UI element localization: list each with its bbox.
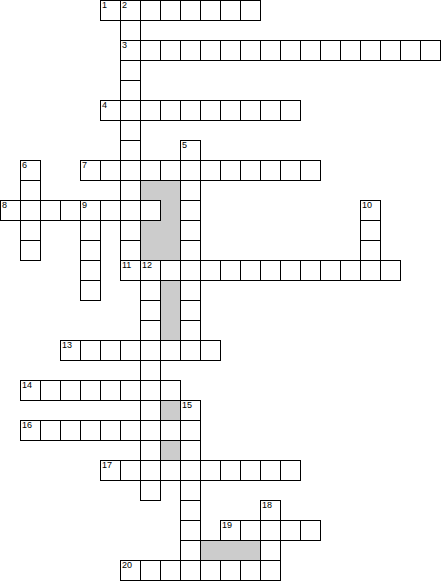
cell-r2c7[interactable]: [140, 40, 161, 61]
shaded-cell-r11c8: [160, 220, 181, 241]
cell-r13c8[interactable]: [160, 260, 181, 281]
shaded-cell-r16c8: [160, 320, 181, 341]
cell-r2c20[interactable]: [400, 40, 421, 61]
shaded-cell-r27c12: [240, 540, 261, 561]
cell-r26c13[interactable]: [260, 520, 281, 541]
shaded-cell-r12c7: [140, 240, 161, 261]
clue-number-7: 7: [82, 161, 87, 170]
cell-r5c9[interactable]: [180, 100, 201, 121]
cell-r13c4[interactable]: [80, 260, 101, 281]
cell-r14c4[interactable]: [80, 280, 101, 301]
cell-r13c19[interactable]: [380, 260, 401, 281]
clue-number-5: 5: [182, 141, 187, 150]
cell-r26c12[interactable]: [240, 520, 261, 541]
cell-r23c8[interactable]: [160, 460, 181, 481]
clue-number-14: 14: [22, 381, 32, 390]
cell-r9c6[interactable]: [120, 180, 141, 201]
cell-r10c4[interactable]: 9: [80, 200, 101, 221]
clue-number-6: 6: [22, 161, 27, 170]
cell-r21c7[interactable]: [140, 420, 161, 441]
cell-r13c11[interactable]: [220, 260, 241, 281]
cell-r0c7[interactable]: [140, 0, 161, 21]
shaded-cell-r11c7: [140, 220, 161, 241]
cell-r18c7[interactable]: [140, 360, 161, 381]
cell-r12c4[interactable]: [80, 240, 101, 261]
shaded-cell-r27c10: [200, 540, 221, 561]
cell-r8c13[interactable]: [260, 160, 281, 181]
shaded-cell-r12c8: [160, 240, 181, 261]
cell-r21c9[interactable]: [180, 420, 201, 441]
cell-r0c10[interactable]: [200, 0, 221, 21]
cell-r5c8[interactable]: [160, 100, 181, 121]
cell-r2c14[interactable]: [280, 40, 301, 61]
cell-r11c18[interactable]: [360, 220, 381, 241]
shaded-cell-r9c8: [160, 180, 181, 201]
shaded-cell-r14c8: [160, 280, 181, 301]
cell-r28c9[interactable]: [180, 560, 201, 581]
cell-r24c7[interactable]: [140, 480, 161, 501]
cell-r20c7[interactable]: [140, 400, 161, 421]
cell-r23c14[interactable]: [280, 460, 301, 481]
cell-r23c5[interactable]: 17: [100, 460, 121, 481]
cell-r5c14[interactable]: [280, 100, 301, 121]
cell-r8c8[interactable]: [160, 160, 181, 181]
cell-r2c9[interactable]: [180, 40, 201, 61]
cell-r19c6[interactable]: [120, 380, 141, 401]
cell-r8c6[interactable]: [120, 160, 141, 181]
cell-r0c8[interactable]: [160, 0, 181, 21]
clue-number-18: 18: [262, 501, 272, 510]
clue-number-15: 15: [182, 401, 192, 410]
cell-r10c2[interactable]: [40, 200, 61, 221]
cell-r10c18[interactable]: 10: [360, 200, 381, 221]
cell-r8c7[interactable]: [140, 160, 161, 181]
cell-r8c15[interactable]: [300, 160, 321, 181]
cell-r26c15[interactable]: [300, 520, 321, 541]
cell-r23c13[interactable]: [260, 460, 281, 481]
cell-r23c10[interactable]: [200, 460, 221, 481]
cell-r13c16[interactable]: [320, 260, 341, 281]
cell-r26c9[interactable]: [180, 520, 201, 541]
cell-r10c5[interactable]: [100, 200, 121, 221]
clue-number-11: 11: [122, 261, 131, 270]
clue-number-13: 13: [62, 341, 72, 350]
cell-r8c11[interactable]: [220, 160, 241, 181]
cell-r2c10[interactable]: [200, 40, 221, 61]
cell-r12c6[interactable]: [120, 240, 141, 261]
cell-r5c12[interactable]: [240, 100, 261, 121]
cell-r28c6[interactable]: 20: [120, 560, 141, 581]
cell-r10c7[interactable]: [140, 200, 161, 221]
cell-r19c4[interactable]: [80, 380, 101, 401]
cell-r25c9[interactable]: [180, 500, 201, 521]
cell-r13c18[interactable]: [360, 260, 381, 281]
cell-r25c13[interactable]: 18: [260, 500, 281, 521]
cell-r2c17[interactable]: [340, 40, 361, 61]
cell-r13c14[interactable]: [280, 260, 301, 281]
cell-r9c9[interactable]: [180, 180, 201, 201]
cell-r2c8[interactable]: [160, 40, 181, 61]
cell-r28c11[interactable]: [220, 560, 241, 581]
cell-r19c5[interactable]: [100, 380, 121, 401]
cell-r23c9[interactable]: [180, 460, 201, 481]
cell-r23c12[interactable]: [240, 460, 261, 481]
cell-r8c1[interactable]: 6: [20, 160, 41, 181]
cell-r13c15[interactable]: [300, 260, 321, 281]
clue-number-1: 1: [102, 1, 107, 10]
cell-r16c9[interactable]: [180, 320, 201, 341]
cell-r17c9[interactable]: [180, 340, 201, 361]
clue-number-2: 2: [122, 1, 127, 10]
cell-r21c1[interactable]: 16: [20, 420, 41, 441]
cell-r8c9[interactable]: [180, 160, 201, 181]
clue-number-3: 3: [122, 41, 127, 50]
cell-r15c7[interactable]: [140, 300, 161, 321]
cell-r23c7[interactable]: [140, 460, 161, 481]
cell-r10c3[interactable]: [60, 200, 81, 221]
cell-r2c21[interactable]: [420, 40, 441, 61]
crossword-grid: 1234567891011121314151617181920: [0, 0, 441, 581]
cell-r13c17[interactable]: [340, 260, 361, 281]
cell-r19c3[interactable]: [60, 380, 81, 401]
cell-r5c13[interactable]: [260, 100, 281, 121]
cell-r20c9[interactable]: 15: [180, 400, 201, 421]
cell-r8c4[interactable]: 7: [80, 160, 101, 181]
cell-r3c6[interactable]: [120, 60, 141, 81]
clue-number-4: 4: [102, 101, 107, 110]
cell-r11c1[interactable]: [20, 220, 41, 241]
cell-r5c10[interactable]: [200, 100, 221, 121]
cell-r8c12[interactable]: [240, 160, 261, 181]
cell-r14c7[interactable]: [140, 280, 161, 301]
cell-r19c1[interactable]: 14: [20, 380, 41, 401]
cell-r15c9[interactable]: [180, 300, 201, 321]
shaded-cell-r15c8: [160, 300, 181, 321]
cell-r17c6[interactable]: [120, 340, 141, 361]
shaded-cell-r10c8: [160, 200, 181, 221]
cell-r17c4[interactable]: [80, 340, 101, 361]
cell-r21c4[interactable]: [80, 420, 101, 441]
cell-r13c13[interactable]: [260, 260, 281, 281]
cell-r0c12[interactable]: [240, 0, 261, 21]
clue-number-16: 16: [22, 421, 32, 430]
cell-r1c6[interactable]: [120, 20, 141, 41]
shaded-cell-r9c7: [140, 180, 161, 201]
cell-r5c6[interactable]: [120, 100, 141, 121]
cell-r17c10[interactable]: [200, 340, 221, 361]
cell-r13c9[interactable]: [180, 260, 201, 281]
cell-r23c11[interactable]: [220, 460, 241, 481]
cell-r2c13[interactable]: [260, 40, 281, 61]
cell-r28c10[interactable]: [200, 560, 221, 581]
cell-r27c9[interactable]: [180, 540, 201, 561]
cell-r26c11[interactable]: 19: [220, 520, 241, 541]
cell-r6c6[interactable]: [120, 120, 141, 141]
cell-r21c5[interactable]: [100, 420, 121, 441]
cell-r12c1[interactable]: [20, 240, 41, 261]
cell-r9c1[interactable]: [20, 180, 41, 201]
cell-r22c9[interactable]: [180, 440, 201, 461]
cell-r28c7[interactable]: [140, 560, 161, 581]
cell-r17c3[interactable]: 13: [60, 340, 81, 361]
cell-r0c5[interactable]: 1: [100, 0, 121, 21]
cell-r27c13[interactable]: [260, 540, 281, 561]
clue-number-8: 8: [2, 201, 7, 210]
cell-r0c9[interactable]: [180, 0, 201, 21]
cell-r23c6[interactable]: [120, 460, 141, 481]
cell-r21c8[interactable]: [160, 420, 181, 441]
cell-r19c2[interactable]: [40, 380, 61, 401]
cell-r13c7[interactable]: 12: [140, 260, 161, 281]
cell-r7c9[interactable]: 5: [180, 140, 201, 161]
clue-number-20: 20: [122, 561, 132, 570]
clue-number-12: 12: [142, 261, 152, 270]
cell-r10c6[interactable]: [120, 200, 141, 221]
cell-r12c18[interactable]: [360, 240, 381, 261]
cell-r11c6[interactable]: [120, 220, 141, 241]
cell-r10c1[interactable]: [20, 200, 41, 221]
clue-number-19: 19: [222, 521, 232, 530]
cell-r19c8[interactable]: [160, 380, 181, 401]
cell-r10c0[interactable]: 8: [0, 200, 21, 221]
shaded-cell-r20c8: [160, 400, 181, 421]
cell-r22c7[interactable]: [140, 440, 161, 461]
cell-r2c11[interactable]: [220, 40, 241, 61]
cell-r16c7[interactable]: [140, 320, 161, 341]
cell-r17c8[interactable]: [160, 340, 181, 361]
shaded-cell-r27c11: [220, 540, 241, 561]
cell-r13c6[interactable]: 11: [120, 260, 141, 281]
cell-r2c6[interactable]: 3: [120, 40, 141, 61]
cell-r21c6[interactable]: [120, 420, 141, 441]
cell-r0c11[interactable]: [220, 0, 241, 21]
clue-number-10: 10: [362, 201, 372, 210]
cell-r8c10[interactable]: [200, 160, 221, 181]
cell-r8c14[interactable]: [280, 160, 301, 181]
cell-r5c5[interactable]: 4: [100, 100, 121, 121]
cell-r28c8[interactable]: [160, 560, 181, 581]
cell-r14c9[interactable]: [180, 280, 201, 301]
cell-r2c15[interactable]: [300, 40, 321, 61]
cell-r26c14[interactable]: [280, 520, 301, 541]
shaded-cell-r22c8: [160, 440, 181, 461]
cell-r11c4[interactable]: [80, 220, 101, 241]
cell-r21c3[interactable]: [60, 420, 81, 441]
cell-r2c12[interactable]: [240, 40, 261, 61]
clue-number-17: 17: [102, 461, 112, 470]
cell-r24c9[interactable]: [180, 480, 201, 501]
cell-r19c7[interactable]: [140, 380, 161, 401]
cell-r11c9[interactable]: [180, 220, 201, 241]
cell-r13c12[interactable]: [240, 260, 261, 281]
cell-r0c6[interactable]: 2: [120, 0, 141, 21]
cell-r12c9[interactable]: [180, 240, 201, 261]
cell-r2c16[interactable]: [320, 40, 341, 61]
clue-number-9: 9: [82, 201, 87, 210]
cell-r5c7[interactable]: [140, 100, 161, 121]
cell-r28c12[interactable]: [240, 560, 261, 581]
cell-r10c9[interactable]: [180, 200, 201, 221]
cell-r17c7[interactable]: [140, 340, 161, 361]
cell-r21c2[interactable]: [40, 420, 61, 441]
cell-r28c13[interactable]: [260, 560, 281, 581]
cell-r2c18[interactable]: [360, 40, 381, 61]
cell-r2c19[interactable]: [380, 40, 401, 61]
cell-r13c10[interactable]: [200, 260, 221, 281]
cell-r4c6[interactable]: [120, 80, 141, 101]
cell-r7c6[interactable]: [120, 140, 141, 161]
cell-r5c11[interactable]: [220, 100, 241, 121]
cell-r8c5[interactable]: [100, 160, 121, 181]
cell-r17c5[interactable]: [100, 340, 121, 361]
